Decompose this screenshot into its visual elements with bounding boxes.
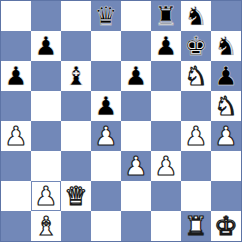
square-h2[interactable] xyxy=(211,181,241,211)
square-b5[interactable] xyxy=(31,91,61,121)
square-e4[interactable] xyxy=(121,121,151,151)
white-pawn-piece[interactable]: ♟ xyxy=(94,123,117,149)
black-pawn-piece[interactable]: ♟ xyxy=(154,33,177,59)
square-c5[interactable] xyxy=(61,91,91,121)
black-pawn-piece[interactable]: ♟ xyxy=(214,63,237,89)
square-h4[interactable]: ♟ xyxy=(211,121,241,151)
white-pawn-piece[interactable]: ♟ xyxy=(124,153,147,179)
square-e7[interactable] xyxy=(121,31,151,61)
square-b3[interactable] xyxy=(31,151,61,181)
square-f2[interactable] xyxy=(151,181,181,211)
square-h1[interactable]: ♚ xyxy=(211,211,241,241)
square-a6[interactable]: ♟ xyxy=(1,61,31,91)
white-king-piece[interactable]: ♚ xyxy=(214,213,237,239)
square-g1[interactable]: ♜ xyxy=(181,211,211,241)
white-bishop-piece[interactable]: ♝ xyxy=(34,213,57,239)
square-e8[interactable] xyxy=(121,1,151,31)
white-queen-piece[interactable]: ♛ xyxy=(64,183,87,209)
square-e3[interactable]: ♟ xyxy=(121,151,151,181)
square-b8[interactable] xyxy=(31,1,61,31)
square-g2[interactable] xyxy=(181,181,211,211)
square-g3[interactable] xyxy=(181,151,211,181)
black-pawn-piece[interactable]: ♟ xyxy=(34,33,57,59)
square-f5[interactable] xyxy=(151,91,181,121)
black-queen-piece[interactable]: ♛ xyxy=(94,3,117,29)
square-g5[interactable] xyxy=(181,91,211,121)
square-f1[interactable] xyxy=(151,211,181,241)
white-pawn-piece[interactable]: ♟ xyxy=(34,183,57,209)
square-e2[interactable] xyxy=(121,181,151,211)
black-pawn-piece[interactable]: ♟ xyxy=(124,63,147,89)
square-a8[interactable] xyxy=(1,1,31,31)
black-rook-piece[interactable]: ♜ xyxy=(154,3,177,29)
black-bishop-piece[interactable]: ♝ xyxy=(64,63,87,89)
square-c7[interactable] xyxy=(61,31,91,61)
square-c4[interactable] xyxy=(61,121,91,151)
square-d7[interactable] xyxy=(91,31,121,61)
black-knight-piece[interactable]: ♞ xyxy=(214,33,237,59)
square-g6[interactable]: ♞ xyxy=(181,61,211,91)
white-rook-piece[interactable]: ♜ xyxy=(184,213,207,239)
square-c2[interactable]: ♛ xyxy=(61,181,91,211)
square-d1[interactable] xyxy=(91,211,121,241)
square-d5[interactable]: ♟ xyxy=(91,91,121,121)
square-f4[interactable] xyxy=(151,121,181,151)
square-c3[interactable] xyxy=(61,151,91,181)
white-knight-piece[interactable]: ♞ xyxy=(184,63,207,89)
square-f6[interactable] xyxy=(151,61,181,91)
black-knight-piece[interactable]: ♞ xyxy=(184,3,207,29)
square-e6[interactable]: ♟ xyxy=(121,61,151,91)
black-pawn-piece[interactable]: ♟ xyxy=(94,93,117,119)
square-d2[interactable] xyxy=(91,181,121,211)
square-e1[interactable] xyxy=(121,211,151,241)
white-knight-piece[interactable]: ♞ xyxy=(214,93,237,119)
square-g7[interactable]: ♚ xyxy=(181,31,211,61)
white-pawn-piece[interactable]: ♟ xyxy=(214,123,237,149)
square-d8[interactable]: ♛ xyxy=(91,1,121,31)
square-a1[interactable] xyxy=(1,211,31,241)
white-pawn-piece[interactable]: ♟ xyxy=(4,123,27,149)
square-e5[interactable] xyxy=(121,91,151,121)
square-d6[interactable] xyxy=(91,61,121,91)
square-c8[interactable] xyxy=(61,1,91,31)
square-c6[interactable]: ♝ xyxy=(61,61,91,91)
square-h3[interactable] xyxy=(211,151,241,181)
square-d3[interactable] xyxy=(91,151,121,181)
square-h5[interactable]: ♞ xyxy=(211,91,241,121)
white-pawn-piece[interactable]: ♟ xyxy=(154,153,177,179)
square-a2[interactable] xyxy=(1,181,31,211)
square-f7[interactable]: ♟ xyxy=(151,31,181,61)
square-a4[interactable]: ♟ xyxy=(1,121,31,151)
square-a5[interactable] xyxy=(1,91,31,121)
square-a7[interactable] xyxy=(1,31,31,61)
chess-board: ♛♜♞♟♟♚♞♟♝♟♞♟♟♞♟♟♟♟♟♟♟♛♝♜♚ xyxy=(0,0,242,242)
white-pawn-piece[interactable]: ♟ xyxy=(184,123,207,149)
square-h7[interactable]: ♞ xyxy=(211,31,241,61)
square-b1[interactable]: ♝ xyxy=(31,211,61,241)
square-g4[interactable]: ♟ xyxy=(181,121,211,151)
square-f3[interactable]: ♟ xyxy=(151,151,181,181)
square-b4[interactable] xyxy=(31,121,61,151)
square-a3[interactable] xyxy=(1,151,31,181)
square-h8[interactable] xyxy=(211,1,241,31)
square-b2[interactable]: ♟ xyxy=(31,181,61,211)
square-d4[interactable]: ♟ xyxy=(91,121,121,151)
black-pawn-piece[interactable]: ♟ xyxy=(4,63,27,89)
square-b7[interactable]: ♟ xyxy=(31,31,61,61)
square-f8[interactable]: ♜ xyxy=(151,1,181,31)
square-b6[interactable] xyxy=(31,61,61,91)
square-c1[interactable] xyxy=(61,211,91,241)
black-king-piece[interactable]: ♚ xyxy=(184,33,207,59)
square-h6[interactable]: ♟ xyxy=(211,61,241,91)
square-g8[interactable]: ♞ xyxy=(181,1,211,31)
